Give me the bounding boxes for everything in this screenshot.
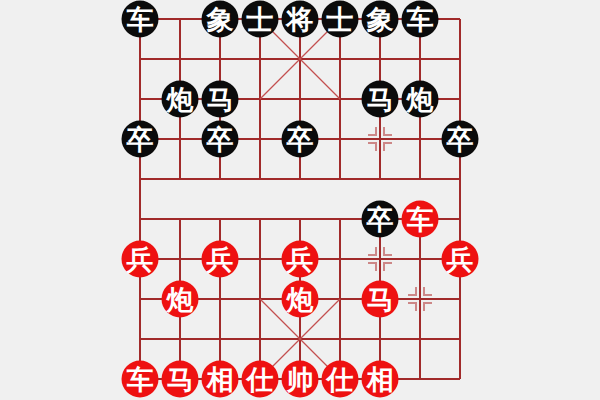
black-elephant-piece[interactable]: 象 [362,1,399,38]
black-cannon-piece[interactable]: 炮 [402,81,439,118]
grid-lines [140,19,460,379]
red-elephant-piece[interactable]: 相 [362,361,399,398]
black-horse-piece[interactable]: 马 [362,81,399,118]
red-soldier-piece[interactable]: 兵 [282,241,319,278]
black-horse-piece[interactable]: 马 [202,81,239,118]
red-soldier-piece[interactable]: 兵 [122,241,159,278]
black-general-piece[interactable]: 将 [282,1,319,38]
black-soldier-piece[interactable]: 卒 [122,121,159,158]
red-chariot-piece[interactable]: 车 [402,201,439,238]
xiangqi-app: 车象士将士象车炮马马炮卒卒卒卒卒车兵兵兵兵炮炮马车马相仕帅仕相 [0,0,600,400]
red-soldier-piece[interactable]: 兵 [202,241,239,278]
black-soldier-piece[interactable]: 卒 [202,121,239,158]
board-grid [138,17,462,381]
red-cannon-piece[interactable]: 炮 [162,281,199,318]
red-horse-piece[interactable]: 马 [162,361,199,398]
xiangqi-board: 车象士将士象车炮马马炮卒卒卒卒卒车兵兵兵兵炮炮马车马相仕帅仕相 [0,0,600,400]
black-chariot-piece[interactable]: 车 [122,1,159,38]
black-chariot-piece[interactable]: 车 [402,1,439,38]
black-advisor-piece[interactable]: 士 [322,1,359,38]
red-horse-piece[interactable]: 马 [362,281,399,318]
red-chariot-piece[interactable]: 车 [122,361,159,398]
black-soldier-piece[interactable]: 卒 [282,121,319,158]
black-elephant-piece[interactable]: 象 [202,1,239,38]
red-cannon-piece[interactable]: 炮 [282,281,319,318]
red-general-piece[interactable]: 帅 [282,361,319,398]
black-soldier-piece[interactable]: 卒 [442,121,479,158]
red-soldier-piece[interactable]: 兵 [442,241,479,278]
red-elephant-piece[interactable]: 相 [202,361,239,398]
black-advisor-piece[interactable]: 士 [242,1,279,38]
black-soldier-piece[interactable]: 卒 [362,201,399,238]
black-cannon-piece[interactable]: 炮 [162,81,199,118]
red-advisor-piece[interactable]: 仕 [242,361,279,398]
red-advisor-piece[interactable]: 仕 [322,361,359,398]
